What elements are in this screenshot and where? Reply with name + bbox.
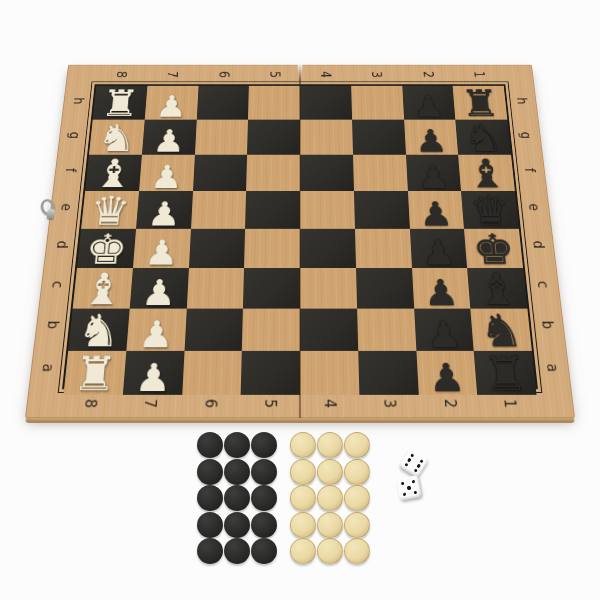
square-f7[interactable]: ♟ [139,155,195,191]
square-c8[interactable]: ♝ [73,268,133,309]
square-c6[interactable] [186,268,244,309]
light-checker-piece[interactable] [290,485,316,511]
square-g1[interactable]: ♞ [456,120,512,155]
square-f5[interactable] [246,155,300,191]
square-g3[interactable] [352,120,406,155]
die-pip [404,462,409,467]
square-h4[interactable] [300,86,352,120]
light-checker-piece[interactable] [344,432,370,458]
die-showing-five[interactable] [396,475,421,500]
square-f6[interactable] [193,155,248,191]
square-h5[interactable] [248,86,300,120]
die-pip [415,456,420,461]
square-a4[interactable] [300,351,359,395]
square-a2[interactable]: ♟ [416,351,477,395]
die-pip [410,453,415,458]
square-d6[interactable] [188,229,245,268]
square-h8[interactable]: ♜ [93,86,148,120]
square-g4[interactable] [300,120,353,155]
light-checker-piece[interactable] [317,538,343,564]
piece-wR-a8[interactable]: ♜ [71,351,119,398]
black-checker-piece[interactable] [251,459,277,485]
piece-bP-d2[interactable]: ♟ [420,236,456,270]
black-checker-piece[interactable] [197,538,223,564]
light-checker-piece[interactable] [290,538,316,564]
black-checker-piece[interactable] [197,485,223,511]
square-d4[interactable] [300,229,356,268]
square-e4[interactable] [300,191,355,229]
black-checker-piece[interactable] [197,432,223,458]
square-e8[interactable]: ♛ [81,191,139,229]
square-d2[interactable]: ♟ [409,229,467,268]
square-g8[interactable]: ♞ [89,120,145,155]
square-c2[interactable]: ♟ [412,268,471,309]
square-h2[interactable]: ♟ [402,86,456,120]
die-showing-six[interactable] [399,448,429,478]
coord-label: h [500,89,543,113]
die-pip [412,479,416,483]
piece-wP-f7[interactable]: ♟ [149,162,184,194]
coord-label: d [515,231,561,259]
square-d8[interactable]: ♚ [77,229,136,268]
light-checker-piece[interactable] [290,512,316,538]
black-checker-piece[interactable] [197,512,223,538]
square-e2[interactable]: ♟ [407,191,464,229]
piece-wP-h7[interactable]: ♟ [154,92,188,122]
light-checker-piece[interactable] [317,432,343,458]
square-d5[interactable] [244,229,300,268]
black-checker-piece[interactable] [251,538,277,564]
coord-label: e [511,193,556,220]
die-pip [413,468,418,473]
square-h6[interactable] [196,86,249,120]
die-pip [408,492,412,496]
square-c1[interactable]: ♝ [467,268,527,309]
square-b5[interactable] [242,309,300,351]
square-a7[interactable]: ♟ [123,351,184,395]
light-checker-piece[interactable] [317,485,343,511]
light-checker-piece[interactable] [290,432,316,458]
square-e3[interactable] [354,191,410,229]
coord-label: g [504,122,548,147]
die-pip [407,486,411,490]
square-g6[interactable] [194,120,248,155]
black-checker-piece[interactable] [224,512,250,538]
die-pip [419,459,424,464]
black-checker-piece[interactable] [224,485,250,511]
black-checkers-group [197,432,278,565]
die-pip [406,480,410,484]
die-pip [412,461,417,466]
die-pip [407,458,412,463]
light-checker-piece[interactable] [344,459,370,485]
square-f1[interactable]: ♝ [458,155,515,191]
piece-bP-g2[interactable]: ♟ [414,126,448,157]
piece-wP-e7[interactable]: ♟ [146,198,182,231]
piece-wP-b7[interactable]: ♟ [137,317,175,354]
die-pip [409,465,414,470]
square-b7[interactable]: ♟ [126,309,186,351]
square-a1[interactable]: ♜ [474,351,537,395]
square-b3[interactable] [357,309,416,351]
metal-clasp-icon [39,199,56,221]
coord-label: f [508,157,552,183]
square-b4[interactable] [300,309,358,351]
square-c5[interactable] [243,268,300,309]
piece-bP-a2[interactable]: ♟ [428,359,467,398]
square-g2[interactable]: ♟ [404,120,459,155]
light-checker-piece[interactable] [344,538,370,564]
square-c3[interactable] [356,268,414,309]
piece-wP-g7[interactable]: ♟ [152,126,186,157]
piece-bP-c2[interactable]: ♟ [423,276,460,312]
die-pip [413,485,417,489]
square-g5[interactable] [247,120,300,155]
square-a6[interactable] [182,351,242,395]
square-a5[interactable] [241,351,300,395]
piece-wP-c7[interactable]: ♟ [140,276,177,312]
square-f4[interactable] [300,155,354,191]
black-checker-piece[interactable] [251,432,277,458]
square-e5[interactable] [245,191,300,229]
square-b6[interactable] [184,309,243,351]
square-a8[interactable]: ♜ [63,351,126,395]
light-checker-piece[interactable] [317,459,343,485]
square-b8[interactable]: ♞ [68,309,129,351]
square-h3[interactable] [351,86,404,120]
product-photo: 8765432187654321hgfedcbahgfedcba♜♟♟♜♞♟♟♞… [0,0,600,600]
square-d7[interactable]: ♟ [133,229,191,268]
light-checkers-group [290,432,371,565]
piece-bR-a1[interactable]: ♜ [481,351,529,398]
square-c4[interactable] [300,268,357,309]
black-checker-piece[interactable] [224,459,250,485]
square-h1[interactable]: ♜ [453,86,508,120]
black-checker-piece[interactable] [197,459,223,485]
piece-wP-a7[interactable]: ♟ [134,359,173,398]
black-checker-piece[interactable] [251,485,277,511]
square-g7[interactable]: ♟ [142,120,197,155]
square-h7[interactable]: ♟ [144,86,198,120]
square-b2[interactable]: ♟ [414,309,474,351]
piece-bP-e2[interactable]: ♟ [418,198,454,231]
square-e7[interactable]: ♟ [136,191,193,229]
piece-bP-f2[interactable]: ♟ [416,162,451,194]
square-a3[interactable] [358,351,418,395]
piece-wP-d7[interactable]: ♟ [143,236,179,270]
die-pip [400,481,404,485]
square-c7[interactable]: ♟ [129,268,188,309]
square-f2[interactable]: ♟ [406,155,462,191]
square-f3[interactable] [353,155,408,191]
square-e1[interactable]: ♛ [461,191,519,229]
coord-label: c [519,269,566,298]
coord-label: a [528,352,577,384]
light-checker-piece[interactable] [344,485,370,511]
light-checker-piece[interactable] [317,512,343,538]
light-checker-piece[interactable] [344,512,370,538]
die-pip [414,491,418,495]
coord-label: b [523,310,571,340]
black-checker-piece[interactable] [224,538,250,564]
square-f8[interactable]: ♝ [85,155,142,191]
piece-bP-h2[interactable]: ♟ [412,92,446,122]
black-checker-piece[interactable] [251,512,277,538]
piece-bP-b2[interactable]: ♟ [425,317,463,354]
die-pip [401,487,405,491]
black-checker-piece[interactable] [224,432,250,458]
folding-chessboard: 8765432187654321hgfedcbahgfedcba♜♟♟♜♞♟♟♞… [25,65,575,418]
board-fold-seam [299,65,301,418]
square-d3[interactable] [355,229,412,268]
square-e6[interactable] [191,191,247,229]
die-pip [416,464,421,469]
die-pip [402,493,406,497]
clasp-hook-icon [39,197,57,216]
square-d1[interactable]: ♚ [464,229,523,268]
light-checker-piece[interactable] [290,459,316,485]
square-b1[interactable]: ♞ [471,309,532,351]
